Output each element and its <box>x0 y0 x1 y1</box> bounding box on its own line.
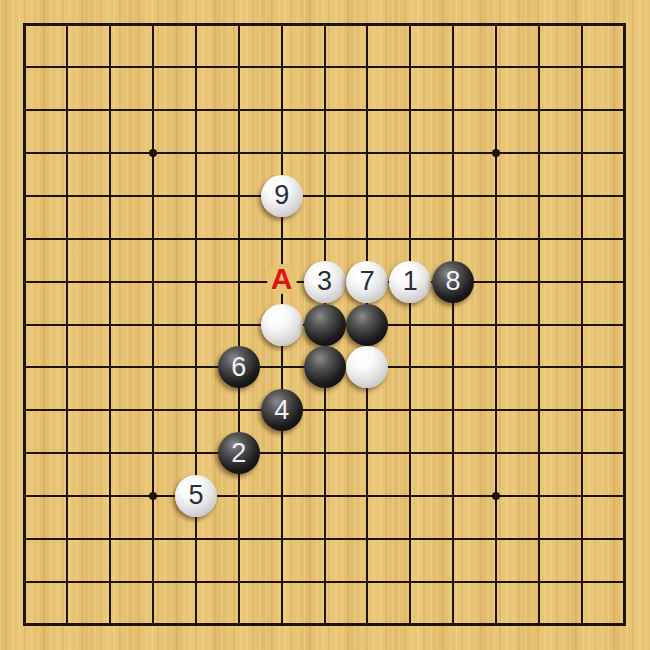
grid-line-vertical <box>495 23 497 626</box>
grid-line-horizontal <box>23 409 626 411</box>
stone-black-J8[interactable] <box>346 304 388 346</box>
grid-line-vertical <box>581 23 583 626</box>
stone-number: 8 <box>446 268 461 295</box>
grid-line-horizontal <box>23 581 626 583</box>
stone-black-F5[interactable]: 2 <box>218 432 260 474</box>
stone-white-K9[interactable]: 1 <box>389 261 431 303</box>
grid-line-vertical <box>623 23 626 626</box>
grid-line-horizontal <box>23 495 626 497</box>
grid-line-vertical <box>538 23 540 626</box>
star-point <box>149 492 157 500</box>
stone-black-H7[interactable] <box>304 346 346 388</box>
page: { "game": "go", "board": { "size": 15, "… <box>0 0 650 650</box>
grid-line-horizontal <box>23 452 626 454</box>
stone-black-G6[interactable]: 4 <box>261 389 303 431</box>
stone-number: 3 <box>317 268 332 295</box>
stone-number: 1 <box>403 268 418 295</box>
stone-white-E4[interactable]: 5 <box>175 475 217 517</box>
label-A[interactable]: A <box>271 264 293 294</box>
stone-white-J9[interactable]: 7 <box>346 261 388 303</box>
grid-line-vertical <box>452 23 454 626</box>
star-point <box>149 149 157 157</box>
grid-line-horizontal <box>23 538 626 540</box>
stone-number: 7 <box>360 268 375 295</box>
grid-line-horizontal <box>23 623 626 626</box>
star-point <box>492 149 500 157</box>
stone-number: 6 <box>231 354 246 381</box>
star-point <box>492 492 500 500</box>
stone-number: 4 <box>274 397 289 424</box>
stone-number: 5 <box>188 482 203 509</box>
stone-white-J7[interactable] <box>346 346 388 388</box>
stone-black-H8[interactable] <box>304 304 346 346</box>
stone-white-G8[interactable] <box>261 304 303 346</box>
stone-white-H9[interactable]: 3 <box>304 261 346 303</box>
grid-line-vertical <box>409 23 411 626</box>
stone-white-G11[interactable]: 9 <box>261 175 303 217</box>
stone-black-F7[interactable]: 6 <box>218 346 260 388</box>
stone-black-L9[interactable]: 8 <box>432 261 474 303</box>
stone-number: 9 <box>274 182 289 209</box>
stone-number: 2 <box>231 440 246 467</box>
go-board[interactable]: A937186425 <box>0 0 650 650</box>
